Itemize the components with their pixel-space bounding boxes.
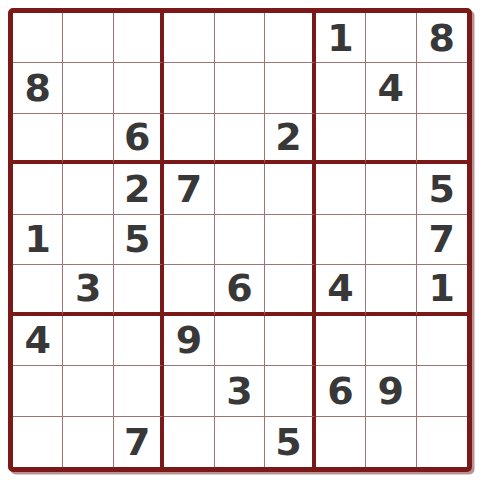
cell-r4c8[interactable] — [366, 164, 416, 214]
given-digit: 7 — [124, 423, 150, 461]
cell-r3c1[interactable] — [13, 114, 63, 164]
cell-r2c8[interactable]: 4 — [366, 63, 416, 113]
cell-r6c4[interactable] — [164, 265, 214, 315]
sudoku-grid: 18846227515736414936975 — [13, 13, 467, 467]
cell-r8c2[interactable] — [63, 366, 113, 416]
cell-r1c3[interactable] — [114, 13, 164, 63]
cell-r1c7[interactable]: 1 — [316, 13, 366, 63]
given-digit: 3 — [226, 372, 252, 410]
cell-r7c8[interactable] — [366, 316, 416, 366]
cell-r1c1[interactable] — [13, 13, 63, 63]
cell-r8c5[interactable]: 3 — [215, 366, 265, 416]
cell-r5c8[interactable] — [366, 215, 416, 265]
cell-r8c1[interactable] — [13, 366, 63, 416]
cell-r9c2[interactable] — [63, 417, 113, 467]
cell-r8c4[interactable] — [164, 366, 214, 416]
cell-r1c8[interactable] — [366, 13, 416, 63]
cell-r5c5[interactable] — [215, 215, 265, 265]
cell-r4c1[interactable] — [13, 164, 63, 214]
cell-r2c1[interactable]: 8 — [13, 63, 63, 113]
cell-r6c3[interactable] — [114, 265, 164, 315]
cell-r6c6[interactable] — [265, 265, 315, 315]
given-digit: 1 — [429, 269, 455, 307]
cell-r6c7[interactable]: 4 — [316, 265, 366, 315]
cell-r5c7[interactable] — [316, 215, 366, 265]
given-digit: 5 — [124, 220, 150, 258]
cell-r2c7[interactable] — [316, 63, 366, 113]
given-digit: 5 — [275, 423, 301, 461]
cell-r4c6[interactable] — [265, 164, 315, 214]
given-digit: 4 — [327, 269, 353, 307]
given-digit: 4 — [378, 69, 404, 107]
cell-r3c5[interactable] — [215, 114, 265, 164]
cell-r4c3[interactable]: 2 — [114, 164, 164, 214]
cell-r2c3[interactable] — [114, 63, 164, 113]
cell-r7c4[interactable]: 9 — [164, 316, 214, 366]
cell-r5c4[interactable] — [164, 215, 214, 265]
cell-r9c8[interactable] — [366, 417, 416, 467]
cell-r9c6[interactable]: 5 — [265, 417, 315, 467]
cell-r5c2[interactable] — [63, 215, 113, 265]
cell-r8c9[interactable] — [417, 366, 467, 416]
cell-r9c3[interactable]: 7 — [114, 417, 164, 467]
sudoku-page: 18846227515736414936975 — [0, 0, 480, 480]
cell-r7c1[interactable]: 4 — [13, 316, 63, 366]
cell-r9c9[interactable] — [417, 417, 467, 467]
given-digit: 9 — [176, 321, 202, 359]
cell-r8c8[interactable]: 9 — [366, 366, 416, 416]
cell-r3c2[interactable] — [63, 114, 113, 164]
cell-r3c9[interactable] — [417, 114, 467, 164]
cell-r7c7[interactable] — [316, 316, 366, 366]
cell-r4c7[interactable] — [316, 164, 366, 214]
given-digit: 5 — [429, 170, 455, 208]
given-digit: 3 — [75, 269, 101, 307]
given-digit: 7 — [429, 220, 455, 258]
given-digit: 8 — [429, 19, 455, 57]
cell-r3c7[interactable] — [316, 114, 366, 164]
given-digit: 6 — [124, 118, 150, 156]
cell-r6c2[interactable]: 3 — [63, 265, 113, 315]
given-digit: 1 — [24, 220, 50, 258]
cell-r7c5[interactable] — [215, 316, 265, 366]
given-digit: 6 — [226, 269, 252, 307]
cell-r6c9[interactable]: 1 — [417, 265, 467, 315]
given-digit: 6 — [327, 372, 353, 410]
sudoku-board: 18846227515736414936975 — [8, 8, 472, 472]
cell-r7c9[interactable] — [417, 316, 467, 366]
cell-r8c7[interactable]: 6 — [316, 366, 366, 416]
cell-r1c2[interactable] — [63, 13, 113, 63]
cell-r6c5[interactable]: 6 — [215, 265, 265, 315]
given-digit: 9 — [378, 372, 404, 410]
given-digit: 1 — [327, 19, 353, 57]
cell-r5c9[interactable]: 7 — [417, 215, 467, 265]
given-digit: 7 — [176, 170, 202, 208]
cell-r9c1[interactable] — [13, 417, 63, 467]
cell-r4c2[interactable] — [63, 164, 113, 214]
cell-r9c4[interactable] — [164, 417, 214, 467]
cell-r4c5[interactable] — [215, 164, 265, 214]
cell-r9c5[interactable] — [215, 417, 265, 467]
cell-r6c8[interactable] — [366, 265, 416, 315]
cell-r1c6[interactable] — [265, 13, 315, 63]
cell-r3c3[interactable]: 6 — [114, 114, 164, 164]
cell-r2c2[interactable] — [63, 63, 113, 113]
cell-r3c4[interactable] — [164, 114, 214, 164]
cell-r7c2[interactable] — [63, 316, 113, 366]
cell-r8c3[interactable] — [114, 366, 164, 416]
cell-r2c9[interactable] — [417, 63, 467, 113]
cell-r5c6[interactable] — [265, 215, 315, 265]
cell-r3c6[interactable]: 2 — [265, 114, 315, 164]
cell-r1c4[interactable] — [164, 13, 214, 63]
cell-r3c8[interactable] — [366, 114, 416, 164]
cell-r5c3[interactable]: 5 — [114, 215, 164, 265]
given-digit: 2 — [124, 170, 150, 208]
cell-r1c9[interactable]: 8 — [417, 13, 467, 63]
cell-r6c1[interactable] — [13, 265, 63, 315]
cell-r7c6[interactable] — [265, 316, 315, 366]
cell-r7c3[interactable] — [114, 316, 164, 366]
cell-r1c5[interactable] — [215, 13, 265, 63]
cell-r5c1[interactable]: 1 — [13, 215, 63, 265]
cell-r4c9[interactable]: 5 — [417, 164, 467, 214]
cell-r8c6[interactable] — [265, 366, 315, 416]
given-digit: 2 — [275, 118, 301, 156]
given-digit: 4 — [24, 321, 50, 359]
cell-r2c6[interactable] — [265, 63, 315, 113]
given-digit: 8 — [24, 69, 50, 107]
cell-r2c5[interactable] — [215, 63, 265, 113]
cell-r4c4[interactable]: 7 — [164, 164, 214, 214]
cell-r2c4[interactable] — [164, 63, 214, 113]
cell-r9c7[interactable] — [316, 417, 366, 467]
